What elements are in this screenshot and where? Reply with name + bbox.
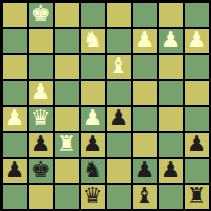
square-f5[interactable]	[133, 81, 157, 105]
square-f6[interactable]	[133, 55, 157, 79]
square-h5[interactable]	[185, 81, 209, 105]
black-pawn: ♟	[187, 133, 207, 155]
square-e6[interactable]: ♝	[107, 55, 131, 79]
square-b7[interactable]	[29, 29, 53, 53]
square-d4[interactable]: ♟	[81, 107, 105, 131]
square-b6[interactable]	[29, 55, 53, 79]
chess-board: ♚♞♟♟♟♝♟♟♛♟♟♟♜♟♟♟♚♞♟♟♛♝♜	[3, 3, 209, 209]
white-queen: ♛	[31, 107, 51, 129]
square-h2[interactable]	[185, 159, 209, 183]
black-pawn: ♟	[109, 107, 129, 129]
white-rook: ♜	[57, 133, 77, 155]
square-f2[interactable]: ♟	[133, 159, 157, 183]
square-g1[interactable]	[159, 185, 183, 209]
square-b4[interactable]: ♛	[29, 107, 53, 131]
black-pawn: ♟	[5, 159, 25, 181]
square-a4[interactable]: ♟	[3, 107, 27, 131]
square-g2[interactable]: ♟	[159, 159, 183, 183]
square-b5[interactable]: ♟	[29, 81, 53, 105]
square-c4[interactable]	[55, 107, 79, 131]
square-a7[interactable]	[3, 29, 27, 53]
square-g6[interactable]	[159, 55, 183, 79]
white-pawn: ♟	[31, 81, 51, 103]
square-d1[interactable]: ♛	[81, 185, 105, 209]
square-f4[interactable]	[133, 107, 157, 131]
white-bishop: ♝	[109, 55, 129, 77]
square-c6[interactable]	[55, 55, 79, 79]
black-pawn: ♟	[83, 133, 103, 155]
square-e5[interactable]	[107, 81, 131, 105]
square-c7[interactable]	[55, 29, 79, 53]
square-c5[interactable]	[55, 81, 79, 105]
black-bishop: ♝	[135, 185, 155, 207]
square-d3[interactable]: ♟	[81, 133, 105, 157]
square-c8[interactable]	[55, 3, 79, 27]
white-pawn: ♟	[135, 29, 155, 51]
square-d7[interactable]: ♞	[81, 29, 105, 53]
square-g3[interactable]	[159, 133, 183, 157]
square-a5[interactable]	[3, 81, 27, 105]
square-e4[interactable]: ♟	[107, 107, 131, 131]
white-knight: ♞	[83, 29, 103, 51]
square-g4[interactable]	[159, 107, 183, 131]
chess-board-frame: ♚♞♟♟♟♝♟♟♛♟♟♟♜♟♟♟♚♞♟♟♛♝♜	[0, 0, 211, 211]
square-f7[interactable]: ♟	[133, 29, 157, 53]
black-knight: ♞	[83, 159, 103, 181]
black-pawn: ♟	[161, 159, 181, 181]
square-h6[interactable]	[185, 55, 209, 79]
white-king: ♚	[31, 3, 51, 25]
square-c2[interactable]	[55, 159, 79, 183]
square-g5[interactable]	[159, 81, 183, 105]
square-h8[interactable]	[185, 3, 209, 27]
square-f8[interactable]	[133, 3, 157, 27]
square-b3[interactable]: ♟	[29, 133, 53, 157]
black-pawn: ♟	[135, 159, 155, 181]
square-c3[interactable]: ♜	[55, 133, 79, 157]
black-pawn: ♟	[31, 133, 51, 155]
square-d6[interactable]	[81, 55, 105, 79]
white-pawn: ♟	[5, 107, 25, 129]
black-queen: ♛	[83, 185, 103, 207]
square-h3[interactable]: ♟	[185, 133, 209, 157]
square-b1[interactable]	[29, 185, 53, 209]
square-d8[interactable]	[81, 3, 105, 27]
square-e7[interactable]	[107, 29, 131, 53]
square-f1[interactable]: ♝	[133, 185, 157, 209]
square-b8[interactable]: ♚	[29, 3, 53, 27]
white-pawn: ♟	[83, 107, 103, 129]
square-e8[interactable]	[107, 3, 131, 27]
square-e3[interactable]	[107, 133, 131, 157]
square-d5[interactable]	[81, 81, 105, 105]
square-a2[interactable]: ♟	[3, 159, 27, 183]
square-e2[interactable]	[107, 159, 131, 183]
square-h7[interactable]: ♟	[185, 29, 209, 53]
black-rook: ♜	[187, 185, 207, 207]
square-a6[interactable]	[3, 55, 27, 79]
square-h1[interactable]: ♜	[185, 185, 209, 209]
square-e1[interactable]	[107, 185, 131, 209]
square-f3[interactable]	[133, 133, 157, 157]
square-h4[interactable]	[185, 107, 209, 131]
square-a8[interactable]	[3, 3, 27, 27]
black-king: ♚	[31, 159, 51, 181]
square-b2[interactable]: ♚	[29, 159, 53, 183]
square-c1[interactable]	[55, 185, 79, 209]
white-pawn: ♟	[187, 29, 207, 51]
square-d2[interactable]: ♞	[81, 159, 105, 183]
square-a3[interactable]	[3, 133, 27, 157]
white-pawn: ♟	[161, 29, 181, 51]
square-a1[interactable]	[3, 185, 27, 209]
square-g7[interactable]: ♟	[159, 29, 183, 53]
square-g8[interactable]	[159, 3, 183, 27]
